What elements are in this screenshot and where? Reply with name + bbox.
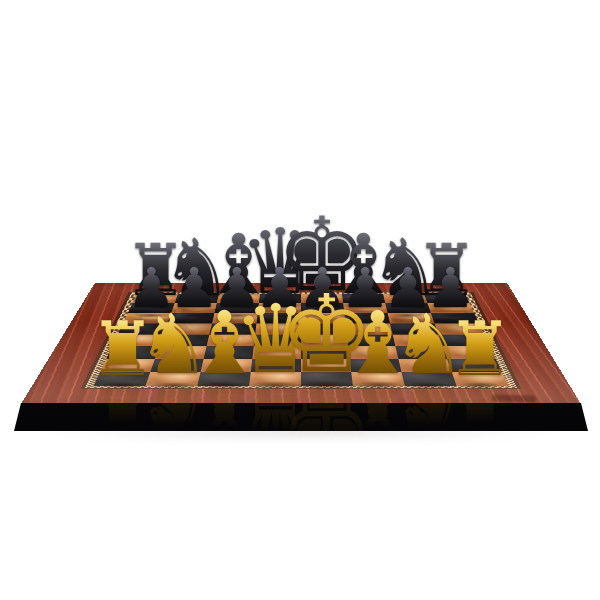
- gold-rook-icon: ♜: [446, 312, 513, 387]
- piece-gold-rook-h1: ♜♜: [446, 312, 513, 387]
- pieces-layer: ♜♜♞♞♝♝♛♛♚♚♝♝♞♞♜♜♟♟♟♟♟♟♟♟♟♟♟♟♟♟♟♟♜♜♞♞♝♝♛♛…: [0, 0, 600, 600]
- chess-set-photo: ♜♜♞♞♝♝♛♛♚♚♝♝♞♞♜♜♟♟♟♟♟♟♟♟♟♟♟♟♟♟♟♟♜♜♞♞♝♝♛♛…: [0, 0, 600, 600]
